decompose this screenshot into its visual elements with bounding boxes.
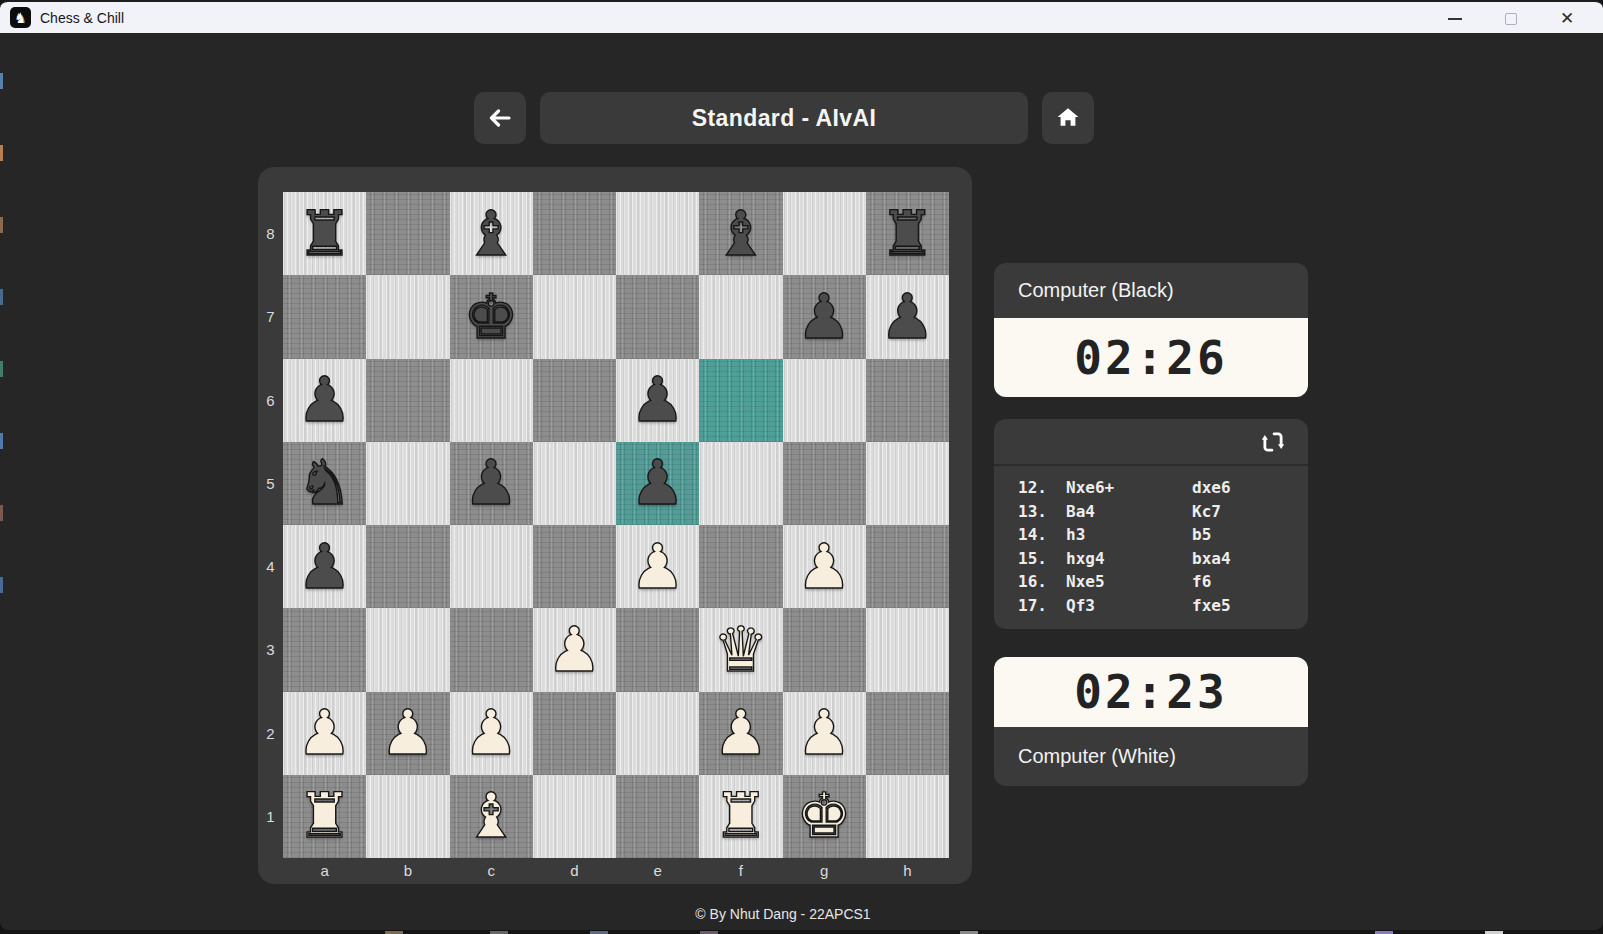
- white-clock-time: 02:23: [994, 657, 1308, 727]
- piece-wP-g4[interactable]: ♟: [796, 536, 852, 598]
- square-e7[interactable]: [616, 275, 699, 358]
- move-list: 12.Nxe6+dxe613.Ba4Kc714.h3b515.hxg4bxa41…: [994, 466, 1308, 617]
- piece-wP-d3[interactable]: ♟: [547, 619, 603, 681]
- move-list-header: [994, 419, 1308, 466]
- square-d6[interactable]: [533, 359, 616, 442]
- file-coordinates: abcdefgh: [283, 858, 949, 882]
- square-g1[interactable]: ♚: [783, 775, 866, 858]
- square-d2[interactable]: [533, 692, 616, 775]
- square-h8[interactable]: ♜: [866, 192, 949, 275]
- square-a2[interactable]: ♟: [283, 692, 366, 775]
- piece-wP-c2[interactable]: ♟: [463, 702, 519, 764]
- file-label-e: e: [616, 858, 699, 882]
- piece-wK-g1[interactable]: ♚: [796, 785, 852, 847]
- square-h6[interactable]: [866, 359, 949, 442]
- edge-sliver: [0, 145, 3, 161]
- minimize-button[interactable]: [1427, 2, 1483, 35]
- square-a7[interactable]: [283, 275, 366, 358]
- square-h5[interactable]: [866, 442, 949, 525]
- file-label-d: d: [533, 858, 616, 882]
- rank-coordinates: 87654321: [258, 192, 283, 858]
- edge-sliver: [0, 505, 3, 521]
- move-no: 12.: [1018, 478, 1066, 497]
- move-black: dxe6: [1192, 478, 1231, 497]
- square-d4[interactable]: [533, 525, 616, 608]
- black-player-name: Computer (Black): [994, 263, 1308, 318]
- move-no: 16.: [1018, 572, 1066, 591]
- square-b1[interactable]: [366, 775, 449, 858]
- piece-wP-g2[interactable]: ♟: [796, 702, 852, 764]
- square-h1[interactable]: [866, 775, 949, 858]
- square-e1[interactable]: [616, 775, 699, 858]
- square-c1[interactable]: ♝: [450, 775, 533, 858]
- move-black: f6: [1192, 572, 1211, 591]
- square-c5[interactable]: ♟: [450, 442, 533, 525]
- rank-label-3: 3: [258, 608, 283, 691]
- file-label-f: f: [699, 858, 782, 882]
- piece-wP-e4[interactable]: ♟: [630, 536, 686, 598]
- background-window-edge-left: [0, 33, 3, 930]
- window-titlebar: ♞ Chess & Chill ✕: [0, 0, 1603, 33]
- square-e3[interactable]: [616, 608, 699, 691]
- square-f8[interactable]: ♝: [699, 192, 782, 275]
- square-g3[interactable]: [783, 608, 866, 691]
- square-e8[interactable]: [616, 192, 699, 275]
- file-label-b: b: [366, 858, 449, 882]
- move-row-12: 12.Nxe6+dxe6: [1018, 476, 1308, 500]
- square-c7[interactable]: ♚: [450, 275, 533, 358]
- move-white: Nxe6+: [1066, 478, 1192, 497]
- square-b7[interactable]: [366, 275, 449, 358]
- file-label-h: h: [866, 858, 949, 882]
- square-g8[interactable]: [783, 192, 866, 275]
- piece-bP-g7[interactable]: ♟: [796, 286, 852, 348]
- square-b8[interactable]: [366, 192, 449, 275]
- move-white: hxg4: [1066, 549, 1192, 568]
- rank-label-6: 6: [258, 359, 283, 442]
- rank-label-7: 7: [258, 275, 283, 358]
- edge-sliver: [0, 577, 3, 593]
- file-label-a: a: [283, 858, 366, 882]
- move-white: Ba4: [1066, 502, 1192, 521]
- square-c6[interactable]: [450, 359, 533, 442]
- square-c2[interactable]: ♟: [450, 692, 533, 775]
- rank-label-8: 8: [258, 192, 283, 275]
- square-g5[interactable]: [783, 442, 866, 525]
- move-no: 13.: [1018, 502, 1066, 521]
- back-button[interactable]: [474, 92, 526, 144]
- game-mode-title-pill: Standard - AIvAI: [540, 92, 1028, 144]
- rank-label-2: 2: [258, 692, 283, 775]
- square-a3[interactable]: [283, 608, 366, 691]
- square-h4[interactable]: [866, 525, 949, 608]
- credit-text: © By Nhut Dang - 22APCS1: [258, 906, 1308, 922]
- piece-bB-f8[interactable]: ♝: [713, 203, 769, 265]
- home-button[interactable]: [1042, 92, 1094, 144]
- black-clock-time: 02:26: [994, 318, 1308, 397]
- square-c3[interactable]: [450, 608, 533, 691]
- square-f1[interactable]: ♜: [699, 775, 782, 858]
- app-knight-icon: ♞: [10, 7, 31, 28]
- piece-bR-a8[interactable]: ♜: [297, 203, 353, 265]
- black-player-clock: Computer (Black) 02:26: [994, 263, 1308, 397]
- piece-bR-h8[interactable]: ♜: [880, 203, 936, 265]
- chessboard-panel: 87654321 ♜♝♝♜♚♟♟♟♟♞♟♟♟♟♟♟♛♟♟♟♟♟♜♝♜♚ abcd…: [258, 167, 972, 884]
- maximize-button[interactable]: [1483, 2, 1539, 35]
- piece-wR-f1[interactable]: ♜: [713, 785, 769, 847]
- white-player-clock: 02:23 Computer (White): [994, 657, 1308, 786]
- square-d1[interactable]: [533, 775, 616, 858]
- move-no: 17.: [1018, 596, 1066, 615]
- move-row-17: 17.Qf3fxe5: [1018, 594, 1308, 618]
- square-e5[interactable]: ♟: [616, 442, 699, 525]
- square-b4[interactable]: [366, 525, 449, 608]
- move-black: bxa4: [1192, 549, 1231, 568]
- square-f3[interactable]: ♛: [699, 608, 782, 691]
- file-label-g: g: [783, 858, 866, 882]
- square-g4[interactable]: ♟: [783, 525, 866, 608]
- move-list-panel: 12.Nxe6+dxe613.Ba4Kc714.h3b515.hxg4bxa41…: [994, 419, 1308, 629]
- square-d5[interactable]: [533, 442, 616, 525]
- square-b3[interactable]: [366, 608, 449, 691]
- square-a1[interactable]: ♜: [283, 775, 366, 858]
- square-f6[interactable]: [699, 359, 782, 442]
- piece-bB-c8[interactable]: ♝: [463, 203, 519, 265]
- square-a6[interactable]: ♟: [283, 359, 366, 442]
- move-row-15: 15.hxg4bxa4: [1018, 547, 1308, 571]
- piece-bP-a4[interactable]: ♟: [297, 536, 353, 598]
- piece-bP-h7[interactable]: ♟: [880, 286, 936, 348]
- white-player-name: Computer (White): [994, 727, 1308, 786]
- square-f4[interactable]: [699, 525, 782, 608]
- square-f7[interactable]: [699, 275, 782, 358]
- square-b6[interactable]: [366, 359, 449, 442]
- square-b2[interactable]: ♟: [366, 692, 449, 775]
- game-mode-title: Standard - AIvAI: [692, 105, 876, 132]
- square-a5[interactable]: ♞: [283, 442, 366, 525]
- piece-bP-e5[interactable]: ♟: [630, 452, 686, 514]
- app-background: Standard - AIvAI 87654321 ♜♝♝♜♚♟♟♟♟♞♟♟♟♟…: [0, 33, 1603, 930]
- maximize-icon: [1505, 13, 1517, 25]
- square-h7[interactable]: ♟: [866, 275, 949, 358]
- piece-bN-a5[interactable]: ♞: [297, 452, 353, 514]
- square-c8[interactable]: ♝: [450, 192, 533, 275]
- move-no: 14.: [1018, 525, 1066, 544]
- move-row-16: 16.Nxe5f6: [1018, 570, 1308, 594]
- move-row-13: 13.Ba4Kc7: [1018, 500, 1308, 524]
- piece-wR-a1[interactable]: ♜: [297, 785, 353, 847]
- move-black: b5: [1192, 525, 1211, 544]
- move-white: h3: [1066, 525, 1192, 544]
- move-white: Nxe5: [1066, 572, 1192, 591]
- move-row-14: 14.h3b5: [1018, 523, 1308, 547]
- piece-wQ-f3[interactable]: ♛: [713, 619, 769, 681]
- move-no: 15.: [1018, 549, 1066, 568]
- square-g2[interactable]: ♟: [783, 692, 866, 775]
- piece-bK-c7[interactable]: ♚: [463, 286, 519, 348]
- square-g6[interactable]: [783, 359, 866, 442]
- piece-wP-a2[interactable]: ♟: [297, 702, 353, 764]
- edge-sliver: [0, 217, 3, 233]
- piece-wP-f2[interactable]: ♟: [713, 702, 769, 764]
- application-window: ♞ Chess & Chill ✕ Standard - AIvAI 87654…: [0, 0, 1603, 934]
- rank-label-1: 1: [258, 775, 283, 858]
- edge-sliver: [0, 289, 3, 305]
- back-arrow-icon: [486, 104, 514, 132]
- window-title: Chess & Chill: [40, 10, 124, 26]
- edge-sliver: [0, 73, 3, 89]
- move-black: fxe5: [1192, 596, 1231, 615]
- square-d7[interactable]: [533, 275, 616, 358]
- move-white: Qf3: [1066, 596, 1192, 615]
- piece-bP-c5[interactable]: ♟: [463, 452, 519, 514]
- square-f5[interactable]: [699, 442, 782, 525]
- move-black: Kc7: [1192, 502, 1221, 521]
- window-controls: ✕: [1427, 2, 1595, 35]
- square-a8[interactable]: ♜: [283, 192, 366, 275]
- rank-label-4: 4: [258, 525, 283, 608]
- square-d3[interactable]: ♟: [533, 608, 616, 691]
- rank-label-5: 5: [258, 442, 283, 525]
- edge-sliver: [0, 433, 3, 449]
- close-icon: ✕: [1560, 10, 1574, 27]
- piece-bP-e6[interactable]: ♟: [630, 369, 686, 431]
- background-window-edge-bottom: [0, 930, 1603, 934]
- repeat-icon[interactable]: [1260, 429, 1286, 455]
- square-e6[interactable]: ♟: [616, 359, 699, 442]
- close-button[interactable]: ✕: [1539, 2, 1595, 35]
- square-e2[interactable]: [616, 692, 699, 775]
- square-f2[interactable]: ♟: [699, 692, 782, 775]
- square-e4[interactable]: ♟: [616, 525, 699, 608]
- piece-bP-a6[interactable]: ♟: [297, 369, 353, 431]
- square-a4[interactable]: ♟: [283, 525, 366, 608]
- square-g7[interactable]: ♟: [783, 275, 866, 358]
- square-h2[interactable]: [866, 692, 949, 775]
- minimize-icon: [1448, 18, 1462, 20]
- square-h3[interactable]: [866, 608, 949, 691]
- square-c4[interactable]: [450, 525, 533, 608]
- square-b5[interactable]: [366, 442, 449, 525]
- piece-wB-c1[interactable]: ♝: [463, 785, 519, 847]
- chessboard: ♜♝♝♜♚♟♟♟♟♞♟♟♟♟♟♟♛♟♟♟♟♟♜♝♜♚: [283, 192, 949, 858]
- square-d8[interactable]: [533, 192, 616, 275]
- edge-sliver: [0, 361, 3, 377]
- piece-wP-b2[interactable]: ♟: [380, 702, 436, 764]
- file-label-c: c: [450, 858, 533, 882]
- home-icon: [1055, 105, 1081, 131]
